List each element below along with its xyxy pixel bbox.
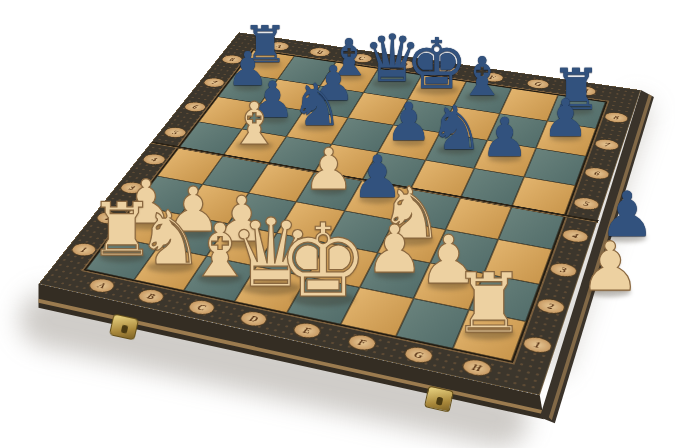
pieces-layer: ♜♝♛♚♝♜♟♟♟♟♞♟♞♟♟♝♟♞♟♟♟♟♟♜♞♝♛♚♜♟♟ [0,0,675,448]
piece-blue-knight-c6[interactable]: ♞ [291,76,343,134]
captured-white-pawn[interactable]: ♟ [580,233,641,301]
piece-blue-pawn-h7[interactable]: ♟ [542,93,589,145]
piece-blue-pawn-e6[interactable]: ♟ [385,96,432,148]
piece-white-king-e1[interactable]: ♚ [278,211,369,312]
piece-white-bishop-b5[interactable]: ♝ [228,95,281,154]
piece-blue-knight-f6[interactable]: ♞ [429,96,484,157]
piece-blue-pawn-g6[interactable]: ♟ [481,111,529,165]
photo-stage: AABBCCDDEEFFGGHH1122334455667788 ♜♝♛♚♝♜♟… [0,0,675,448]
piece-white-pawn-d4[interactable]: ♟ [303,141,354,198]
piece-white-pawn-f2[interactable]: ♟ [365,217,424,283]
piece-white-rook-h1[interactable]: ♜ [452,262,526,345]
